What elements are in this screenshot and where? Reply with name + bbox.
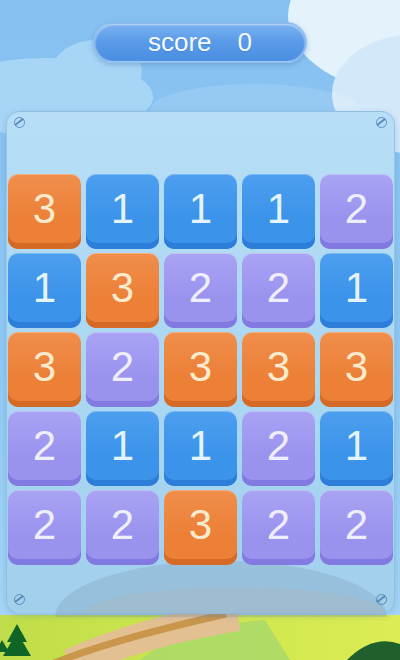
tile-r5c1[interactable]: 2 [8,490,81,565]
screw-icon [376,594,387,605]
tile-r3c4[interactable]: 3 [242,332,315,407]
screw-icon [14,594,25,605]
screw-icon [376,117,387,128]
tile-r4c3[interactable]: 1 [164,411,237,486]
score-label: score [148,27,212,58]
score-display: score 0 [93,22,307,63]
tile-r3c5[interactable]: 3 [320,332,393,407]
board-grid: 3111213221323332112122322 [7,174,394,565]
tile-r3c2[interactable]: 2 [86,332,159,407]
game-screen: { "game": "number-matching block puzzle … [0,0,400,660]
tile-r1c1[interactable]: 3 [8,174,81,249]
tile-r5c2[interactable]: 2 [86,490,159,565]
tile-r2c1[interactable]: 1 [8,253,81,328]
tile-r4c4[interactable]: 2 [242,411,315,486]
tile-r5c3[interactable]: 3 [164,490,237,565]
board-panel: 3111213221323332112122322 [6,111,395,614]
tile-r2c5[interactable]: 1 [320,253,393,328]
score-value: 0 [238,27,252,58]
tile-r1c4[interactable]: 1 [242,174,315,249]
tile-r5c4[interactable]: 2 [242,490,315,565]
tile-r4c2[interactable]: 1 [86,411,159,486]
scenery [0,610,400,660]
tile-r2c2[interactable]: 3 [86,253,159,328]
tile-r3c3[interactable]: 3 [164,332,237,407]
screw-icon [14,117,25,128]
tile-r1c2[interactable]: 1 [86,174,159,249]
tile-r5c5[interactable]: 2 [320,490,393,565]
tile-r2c3[interactable]: 2 [164,253,237,328]
tile-r4c1[interactable]: 2 [8,411,81,486]
tile-r3c1[interactable]: 3 [8,332,81,407]
tile-r4c5[interactable]: 1 [320,411,393,486]
tile-r1c5[interactable]: 2 [320,174,393,249]
tile-r1c3[interactable]: 1 [164,174,237,249]
tile-r2c4[interactable]: 2 [242,253,315,328]
